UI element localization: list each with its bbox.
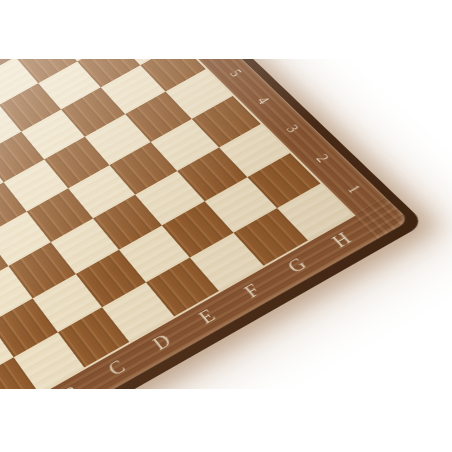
photo-area: ABCDEFGH 12345678 (0, 59, 452, 389)
chessboard: ABCDEFGH 12345678 (0, 59, 410, 389)
product-photo-canvas: ABCDEFGH 12345678 (0, 0, 452, 452)
